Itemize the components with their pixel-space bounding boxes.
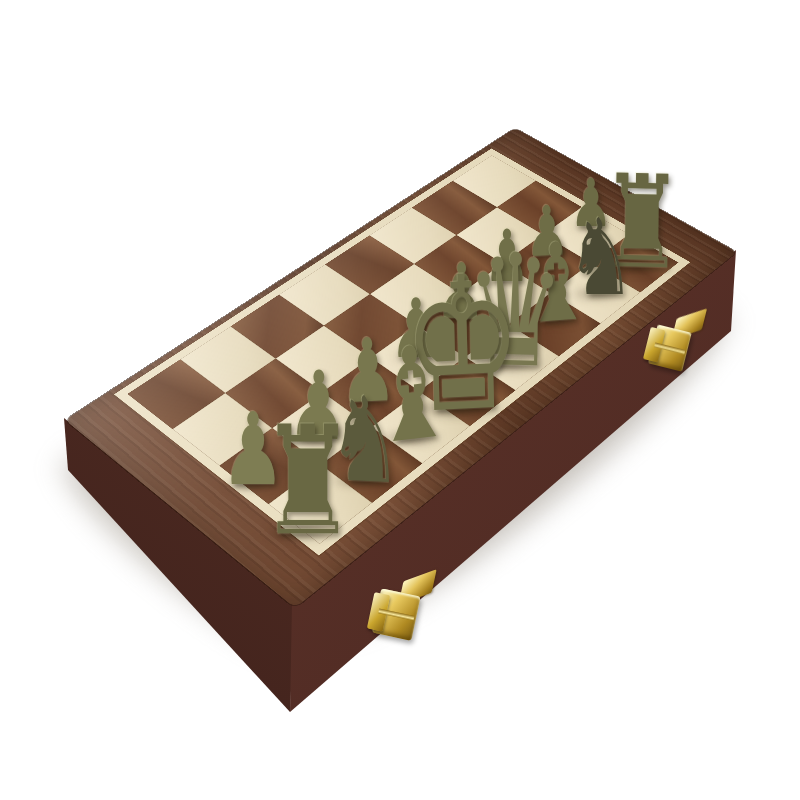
product-photo-scene: ♟♟♜♟♞♟♝♟♛♟♚♝♟♞♟♜: [0, 0, 800, 800]
pieces-layer: ♟♟♜♟♞♟♝♟♛♟♚♝♟♞♟♜: [0, 0, 800, 800]
piece-rook-left: ♜: [260, 406, 357, 556]
